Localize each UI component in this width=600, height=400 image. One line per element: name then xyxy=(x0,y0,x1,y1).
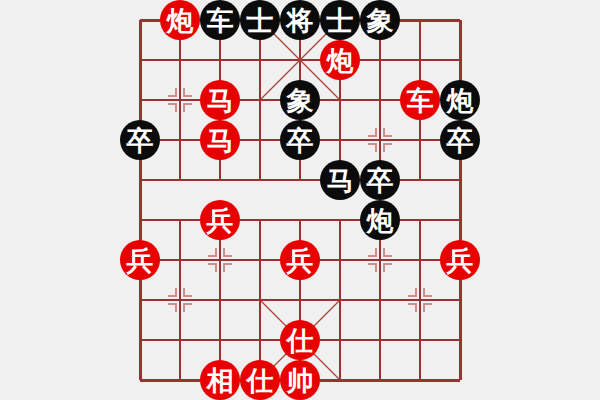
piece-red-soldier-4[interactable]: 兵 xyxy=(440,240,480,280)
piece-black-advisor-2[interactable]: 士 xyxy=(320,0,360,40)
piece-red-soldier-3[interactable]: 兵 xyxy=(280,240,320,280)
piece-red-chariot[interactable]: 车 xyxy=(400,80,440,120)
piece-red-horse-1[interactable]: 马 xyxy=(200,80,240,120)
piece-black-soldier-1[interactable]: 卒 xyxy=(120,120,160,160)
piece-red-horse-2[interactable]: 马 xyxy=(200,120,240,160)
piece-black-advisor-1[interactable]: 士 xyxy=(240,0,280,40)
piece-red-advisor-2[interactable]: 仕 xyxy=(240,360,280,400)
piece-red-soldier-1[interactable]: 兵 xyxy=(200,200,240,240)
piece-black-cannon-1[interactable]: 炮 xyxy=(440,80,480,120)
piece-black-horse[interactable]: 马 xyxy=(320,160,360,200)
piece-black-soldier-4[interactable]: 卒 xyxy=(360,160,400,200)
xiangqi-screen: 炮车士将士象炮马象车炮卒马卒卒马卒兵炮兵兵兵仕相仕帅 xyxy=(0,0,600,400)
piece-red-advisor-1[interactable]: 仕 xyxy=(280,320,320,360)
piece-black-general[interactable]: 将 xyxy=(280,0,320,40)
piece-black-soldier-2[interactable]: 卒 xyxy=(280,120,320,160)
piece-black-chariot[interactable]: 车 xyxy=(200,0,240,40)
piece-black-elephant-1[interactable]: 象 xyxy=(360,0,400,40)
piece-black-soldier-3[interactable]: 卒 xyxy=(440,120,480,160)
piece-red-cannon-1[interactable]: 炮 xyxy=(160,0,200,40)
piece-black-elephant-2[interactable]: 象 xyxy=(280,80,320,120)
piece-red-general[interactable]: 帅 xyxy=(280,360,320,400)
piece-red-elephant[interactable]: 相 xyxy=(200,360,240,400)
piece-red-cannon-2[interactable]: 炮 xyxy=(320,40,360,80)
pieces-layer: 炮车士将士象炮马象车炮卒马卒卒马卒兵炮兵兵兵仕相仕帅 xyxy=(0,0,600,400)
piece-black-cannon-2[interactable]: 炮 xyxy=(360,200,400,240)
piece-red-soldier-2[interactable]: 兵 xyxy=(120,240,160,280)
